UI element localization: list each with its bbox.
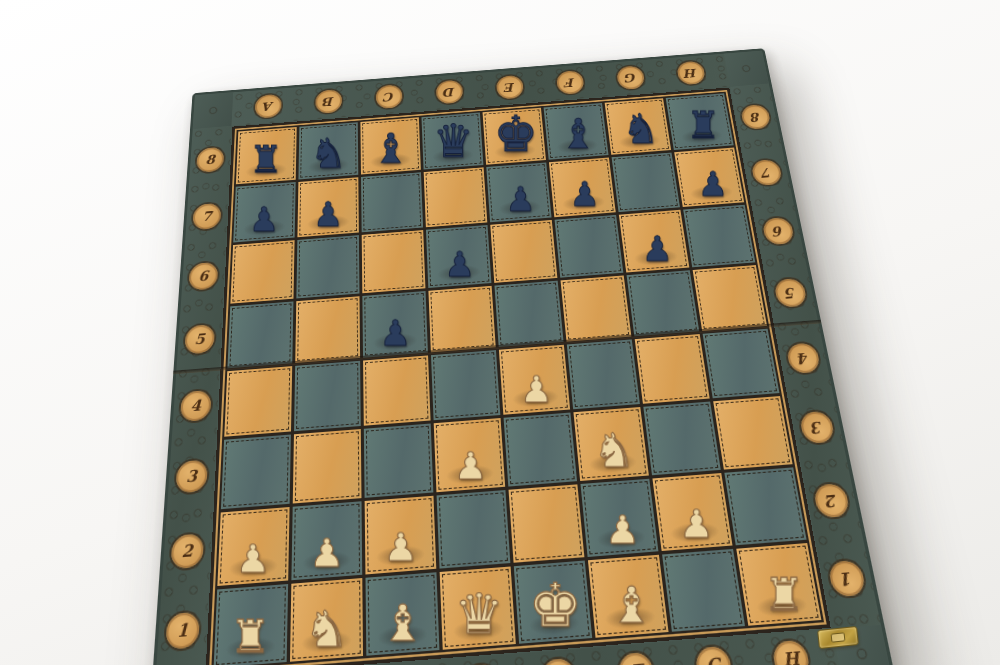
rank-label-right-6: 6 <box>762 217 795 245</box>
file-label-top-a: A <box>255 94 282 119</box>
white-pawn-g2[interactable]: ♟ <box>679 505 714 544</box>
square-b6[interactable] <box>296 235 359 298</box>
label-slot: 1 <box>816 539 879 620</box>
square-g2[interactable]: ♟ <box>652 473 732 551</box>
rank-label-right-2: 2 <box>813 483 851 518</box>
label-slot: G <box>600 59 662 97</box>
rank-label-right-5: 5 <box>773 278 808 308</box>
square-d3[interactable]: ♟ <box>434 418 505 492</box>
square-g8[interactable]: ♞ <box>605 98 671 155</box>
white-bishop-f1[interactable]: ♝ <box>609 580 654 630</box>
square-h7[interactable]: ♟ <box>674 148 744 207</box>
file-label-top-f: F <box>556 70 585 95</box>
square-a8[interactable]: ♜ <box>236 127 297 184</box>
label-slot: G <box>673 636 755 665</box>
white-bishop-c1[interactable]: ♝ <box>380 598 425 648</box>
file-label-top-h: H <box>676 61 706 86</box>
square-c6[interactable] <box>362 230 426 293</box>
rank-label-left-8: 8 <box>196 147 224 173</box>
rank-label-right-8: 8 <box>740 104 772 130</box>
square-h2[interactable] <box>724 467 806 545</box>
square-c4[interactable] <box>363 355 430 425</box>
label-slot: C <box>360 78 419 116</box>
black-pawn-g6[interactable]: ♟ <box>642 232 673 266</box>
file-label-top-e: E <box>496 75 524 100</box>
square-h3[interactable] <box>713 396 792 470</box>
chessboard: ABCDEFGH 87654321 ♜♞♝♛♚♝♞♜♟♟♟♟♟♟♟♟♟♟♞♟♟♟… <box>148 48 896 665</box>
file-label-top-c: C <box>376 84 403 109</box>
square-g4[interactable] <box>635 334 710 404</box>
white-queen-d1[interactable]: ♛ <box>454 587 504 642</box>
square-g1[interactable] <box>662 549 745 632</box>
label-slot: B <box>299 83 357 121</box>
file-label-bottom-g: G <box>694 646 733 665</box>
label-slot: 4 <box>775 325 832 393</box>
label-slot: 2 <box>802 463 863 539</box>
rank-label-left-7: 7 <box>192 203 221 230</box>
file-label-top-d: D <box>436 80 463 105</box>
square-c8[interactable]: ♝ <box>360 117 420 174</box>
label-slot: C <box>366 660 441 665</box>
label-slot: 5 <box>176 307 222 372</box>
black-pawn-b7[interactable]: ♟ <box>313 198 343 232</box>
square-g7[interactable] <box>612 153 680 213</box>
square-h1[interactable]: ♜ <box>736 543 821 626</box>
black-pawn-d6[interactable]: ♟ <box>444 248 475 282</box>
label-slot: 6 <box>752 201 805 262</box>
square-e2[interactable] <box>509 484 585 562</box>
label-slot: A <box>239 87 298 125</box>
label-slot: 1 <box>156 590 209 665</box>
square-c3[interactable] <box>364 424 433 498</box>
file-label-top-b: B <box>315 89 341 114</box>
square-c7[interactable] <box>361 172 423 232</box>
white-rook-a1[interactable]: ♜ <box>230 615 271 660</box>
black-queen-d8[interactable]: ♛ <box>433 119 474 164</box>
white-rook-h1[interactable]: ♜ <box>764 573 805 618</box>
file-label-bottom-e: E <box>540 658 577 665</box>
square-a4[interactable] <box>224 366 292 437</box>
black-pawn-h7[interactable]: ♟ <box>698 168 728 202</box>
board-corner-top-left <box>193 92 233 129</box>
file-label-bottom-h: H <box>771 640 811 665</box>
rank-label-left-3: 3 <box>175 460 208 494</box>
rank-label-left-4: 4 <box>180 390 212 422</box>
square-d5[interactable] <box>428 286 495 352</box>
square-h5[interactable] <box>693 265 767 331</box>
black-rook-a8[interactable]: ♜ <box>249 142 282 179</box>
playing-area: ♜♞♝♛♚♝♞♜♟♟♟♟♟♟♟♟♟♟♞♟♟♟♟♟♜♞♝♛♚♝♜ <box>211 92 824 665</box>
rank-label-right-7: 7 <box>751 159 783 186</box>
square-g6[interactable]: ♟ <box>619 210 689 273</box>
square-f6[interactable] <box>555 215 624 278</box>
label-slot: 4 <box>172 372 220 441</box>
square-d2[interactable] <box>437 490 511 569</box>
square-b7[interactable]: ♟ <box>297 177 358 237</box>
label-slot: 6 <box>181 246 226 308</box>
square-f7[interactable]: ♟ <box>549 157 616 217</box>
square-c2[interactable]: ♟ <box>365 496 437 575</box>
rank-label-right-4: 4 <box>786 342 822 374</box>
label-slot: F <box>540 64 601 102</box>
square-a2[interactable]: ♟ <box>217 507 289 586</box>
label-slot: E <box>520 648 599 665</box>
rank-label-left-1: 1 <box>165 612 200 650</box>
square-b8[interactable]: ♞ <box>298 122 358 179</box>
square-d1[interactable]: ♛ <box>440 566 516 649</box>
label-slot: 5 <box>763 261 818 325</box>
rank-label-right-1: 1 <box>827 560 867 597</box>
black-pawn-a7[interactable]: ♟ <box>249 203 279 237</box>
square-h6[interactable] <box>683 205 755 268</box>
rank-label-left-6: 6 <box>188 262 218 291</box>
board-corner-top-right <box>724 51 769 87</box>
white-pawn-a2[interactable]: ♟ <box>236 540 271 579</box>
square-d4[interactable] <box>431 350 500 420</box>
chessboard-scene: ABCDEFGH 87654321 ♜♞♝♛♚♝♞♜♟♟♟♟♟♟♟♟♟♟♞♟♟♟… <box>170 18 830 665</box>
square-h4[interactable] <box>703 329 780 399</box>
square-h8[interactable]: ♜ <box>666 93 734 150</box>
white-pawn-c2[interactable]: ♟ <box>383 528 418 567</box>
label-slot: 7 <box>741 144 792 202</box>
square-d6[interactable]: ♟ <box>426 225 491 288</box>
square-g3[interactable] <box>643 402 720 476</box>
label-slot: F <box>596 642 676 665</box>
label-slot: 2 <box>162 513 213 590</box>
square-d8[interactable]: ♛ <box>421 113 483 170</box>
label-slot: 3 <box>167 440 216 513</box>
square-c1[interactable]: ♝ <box>365 572 439 656</box>
label-slot: D <box>443 654 520 665</box>
file-label-bottom-f: F <box>617 652 655 665</box>
black-knight-g8[interactable]: ♞ <box>622 108 659 149</box>
file-label-top-g: G <box>616 65 645 90</box>
black-pawn-e7[interactable]: ♟ <box>505 183 535 217</box>
square-b3[interactable] <box>293 429 362 503</box>
label-slot: 7 <box>185 187 229 246</box>
square-f5[interactable] <box>561 275 632 341</box>
square-a5[interactable] <box>227 301 293 368</box>
square-c5[interactable]: ♟ <box>362 291 428 358</box>
black-bishop-f8[interactable]: ♝ <box>560 113 597 154</box>
rank-label-left-2: 2 <box>170 533 204 569</box>
square-b1[interactable]: ♞ <box>290 578 363 662</box>
black-rook-h8[interactable]: ♜ <box>687 107 720 144</box>
label-slot: 3 <box>788 392 847 464</box>
black-pawn-c5[interactable]: ♟ <box>380 316 412 351</box>
white-pawn-e4[interactable]: ♟ <box>520 372 553 408</box>
white-knight-b1[interactable]: ♞ <box>304 604 349 654</box>
label-slot: 8 <box>189 132 232 188</box>
black-king-e8[interactable]: ♚ <box>494 110 538 159</box>
rank-label-left-5: 5 <box>184 324 215 354</box>
white-king-e1[interactable]: ♚ <box>528 576 582 636</box>
label-slot: H <box>660 54 723 92</box>
black-pawn-f7[interactable]: ♟ <box>570 178 600 212</box>
square-e5[interactable] <box>494 281 563 347</box>
square-f4[interactable] <box>567 339 640 409</box>
white-pawn-b2[interactable]: ♟ <box>309 534 344 573</box>
square-b4[interactable] <box>294 361 361 431</box>
black-bishop-c8[interactable]: ♝ <box>373 128 410 169</box>
white-pawn-f2[interactable]: ♟ <box>605 511 640 550</box>
black-knight-b8[interactable]: ♞ <box>310 133 347 174</box>
square-f3[interactable]: ♞ <box>573 407 648 481</box>
square-e1[interactable]: ♚ <box>514 561 592 644</box>
label-slot: E <box>480 68 541 106</box>
square-f8[interactable]: ♝ <box>544 103 609 160</box>
square-d7[interactable] <box>424 167 488 227</box>
square-f2[interactable]: ♟ <box>580 479 658 557</box>
square-e3[interactable] <box>504 413 577 487</box>
square-b2[interactable]: ♟ <box>291 501 362 580</box>
square-e6[interactable] <box>490 220 557 283</box>
rank-labels-left: 87654321 <box>155 126 231 665</box>
square-e7[interactable]: ♟ <box>486 162 551 222</box>
square-b5[interactable] <box>295 296 360 363</box>
white-pawn-d3[interactable]: ♟ <box>454 448 488 486</box>
label-slot: 8 <box>731 90 781 145</box>
square-g5[interactable] <box>627 270 700 336</box>
rank-label-right-3: 3 <box>799 411 836 444</box>
square-e4[interactable]: ♟ <box>499 345 570 415</box>
square-a1[interactable]: ♜ <box>214 584 289 665</box>
square-f1[interactable]: ♝ <box>588 555 669 638</box>
square-a3[interactable] <box>221 435 291 510</box>
square-a6[interactable] <box>230 240 294 303</box>
label-slot: D <box>420 73 480 111</box>
white-knight-f3[interactable]: ♞ <box>593 427 635 474</box>
square-a7[interactable]: ♟ <box>233 182 295 242</box>
square-e8[interactable]: ♚ <box>483 108 546 165</box>
